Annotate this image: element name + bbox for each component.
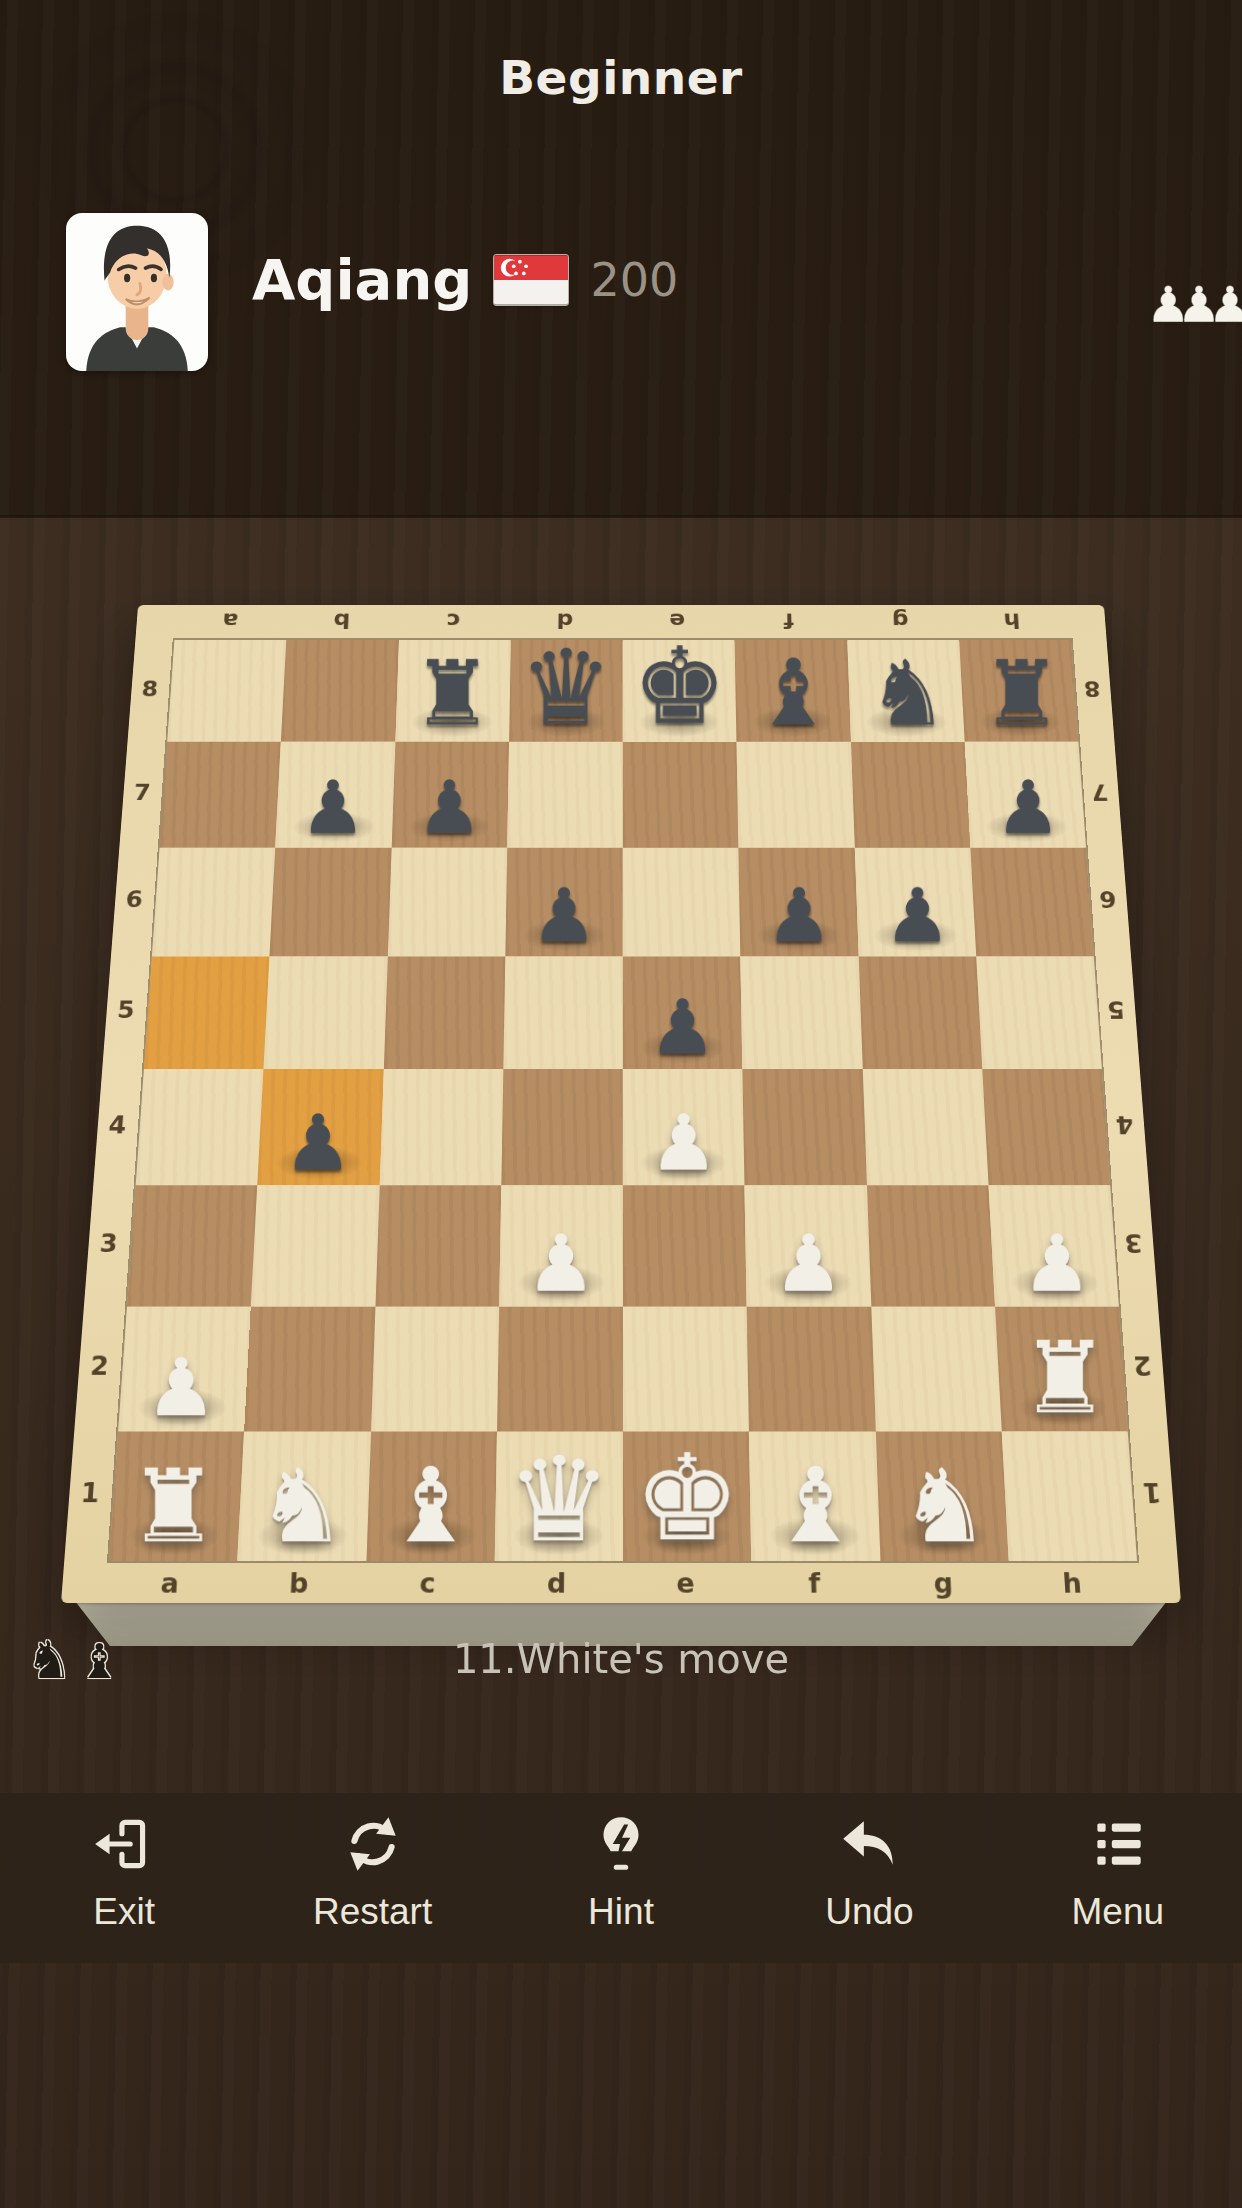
square-e8[interactable]: ♚ bbox=[623, 640, 737, 742]
black-pawn-d6[interactable]: ♟ bbox=[505, 880, 623, 951]
square-f6[interactable]: ♟ bbox=[739, 847, 859, 956]
square-f1[interactable]: ♝ bbox=[749, 1431, 880, 1561]
rank-label-right-5: 5 bbox=[1101, 998, 1130, 1022]
square-h8[interactable]: ♜ bbox=[959, 640, 1078, 742]
restart-icon bbox=[340, 1811, 406, 1877]
rank-label-right-3: 3 bbox=[1118, 1230, 1148, 1255]
square-e3[interactable] bbox=[623, 1186, 747, 1307]
square-h4[interactable] bbox=[982, 1069, 1110, 1186]
white-pawn-h3[interactable]: ♟ bbox=[995, 1226, 1119, 1301]
white-pawn-e4[interactable]: ♟ bbox=[623, 1107, 745, 1180]
square-f3[interactable]: ♟ bbox=[745, 1186, 871, 1307]
black-pawn-c7[interactable]: ♟ bbox=[391, 773, 507, 843]
singapore-flag-icon bbox=[494, 255, 568, 305]
exit-label: Exit bbox=[93, 1891, 155, 1933]
hint-label: Hint bbox=[588, 1891, 654, 1933]
square-g1[interactable]: ♞ bbox=[875, 1431, 1008, 1561]
rank-label-left-1: 1 bbox=[74, 1479, 106, 1506]
rank-label-left-5: 5 bbox=[111, 998, 140, 1022]
file-label-top-d: d bbox=[552, 610, 578, 631]
square-h3[interactable]: ♟ bbox=[988, 1186, 1118, 1307]
white-knight-b1[interactable]: ♞ bbox=[237, 1459, 365, 1555]
square-a4[interactable] bbox=[136, 1069, 264, 1186]
square-b7[interactable]: ♟ bbox=[275, 742, 395, 847]
restart-button[interactable]: Restart bbox=[248, 1793, 496, 1963]
square-c3[interactable] bbox=[375, 1186, 501, 1307]
square-d7[interactable] bbox=[507, 742, 623, 847]
player-rating: 200 bbox=[590, 257, 678, 303]
exit-button[interactable]: Exit bbox=[0, 1793, 248, 1963]
square-a3[interactable] bbox=[127, 1186, 257, 1307]
menu-button[interactable]: Menu bbox=[994, 1793, 1242, 1963]
square-c1[interactable]: ♝ bbox=[366, 1431, 497, 1561]
square-g6[interactable]: ♟ bbox=[854, 847, 976, 956]
square-d3[interactable]: ♟ bbox=[499, 1186, 623, 1307]
white-knight-g1[interactable]: ♞ bbox=[880, 1459, 1008, 1555]
file-label-bottom-h: h bbox=[1056, 1569, 1088, 1597]
square-d6[interactable]: ♟ bbox=[505, 847, 623, 956]
square-g2[interactable] bbox=[871, 1306, 1002, 1431]
board-scene: ♜♛♚♝♞♜♟♟♟♟♟♟♟♟♟♟♟♟♟♜♜♞♝♛♚♝♞ 88aa77bb66cc… bbox=[0, 617, 1242, 1737]
square-d1[interactable]: ♛ bbox=[494, 1431, 622, 1561]
undo-label: Undo bbox=[825, 1891, 913, 1933]
file-label-top-g: g bbox=[887, 610, 914, 631]
exit-door-icon bbox=[91, 1811, 157, 1877]
chess-board: ♜♛♚♝♞♜♟♟♟♟♟♟♟♟♟♟♟♟♟♜♜♞♝♛♚♝♞ 88aa77bb66cc… bbox=[61, 605, 1181, 1603]
black-king-e8[interactable]: ♚ bbox=[623, 637, 737, 737]
rank-label-right-1: 1 bbox=[1136, 1479, 1168, 1506]
square-e4[interactable]: ♟ bbox=[623, 1069, 745, 1186]
square-e5[interactable]: ♟ bbox=[623, 956, 743, 1069]
white-pawn-d3[interactable]: ♟ bbox=[499, 1226, 623, 1301]
hint-bulb-icon bbox=[588, 1811, 654, 1877]
black-pawn-e5[interactable]: ♟ bbox=[623, 992, 743, 1064]
file-label-top-e: e bbox=[664, 610, 690, 631]
square-f4[interactable] bbox=[743, 1069, 867, 1186]
white-rook-a1[interactable]: ♜ bbox=[109, 1459, 237, 1555]
file-label-bottom-b: b bbox=[283, 1569, 314, 1597]
white-rook-h2[interactable]: ♜ bbox=[1002, 1331, 1128, 1426]
rank-label-left-6: 6 bbox=[120, 888, 149, 911]
undo-button[interactable]: Undo bbox=[745, 1793, 993, 1963]
black-pawn-b7[interactable]: ♟ bbox=[275, 773, 391, 843]
square-g3[interactable] bbox=[866, 1186, 994, 1307]
file-label-bottom-a: a bbox=[154, 1569, 186, 1597]
black-pawn-h7[interactable]: ♟ bbox=[970, 773, 1086, 843]
square-a1[interactable]: ♜ bbox=[109, 1431, 244, 1561]
menu-list-icon bbox=[1085, 1811, 1151, 1877]
app-screen: Beginner Aqiang bbox=[0, 0, 1242, 2208]
white-bishop-f1[interactable]: ♝ bbox=[751, 1457, 879, 1555]
white-queen-d1[interactable]: ♛ bbox=[494, 1444, 622, 1555]
square-b3[interactable] bbox=[251, 1186, 379, 1307]
square-f2[interactable] bbox=[747, 1306, 875, 1431]
square-e1[interactable]: ♚ bbox=[623, 1431, 752, 1561]
young-man-cartoon-icon bbox=[66, 213, 208, 371]
rank-label-right-2: 2 bbox=[1127, 1353, 1158, 1379]
square-d5[interactable] bbox=[503, 956, 623, 1069]
restart-label: Restart bbox=[313, 1891, 432, 1933]
black-pawn-g6[interactable]: ♟ bbox=[858, 880, 976, 951]
square-c2[interactable] bbox=[371, 1306, 499, 1431]
board-grid: ♜♛♚♝♞♜♟♟♟♟♟♟♟♟♟♟♟♟♟♜♜♞♝♛♚♝♞ bbox=[107, 638, 1139, 1563]
file-label-bottom-f: f bbox=[799, 1569, 830, 1597]
square-b8[interactable] bbox=[281, 640, 399, 742]
square-d2[interactable] bbox=[497, 1306, 623, 1431]
file-label-bottom-c: c bbox=[412, 1569, 443, 1597]
square-e6[interactable] bbox=[623, 847, 741, 956]
square-a8[interactable] bbox=[167, 640, 286, 742]
menu-label: Menu bbox=[1072, 1891, 1165, 1933]
square-a2[interactable]: ♟ bbox=[118, 1306, 251, 1431]
file-label-top-b: b bbox=[328, 610, 355, 631]
square-g8[interactable]: ♞ bbox=[847, 640, 965, 742]
square-f5[interactable] bbox=[741, 956, 863, 1069]
file-label-top-a: a bbox=[216, 610, 243, 631]
square-f7[interactable] bbox=[737, 742, 855, 847]
square-b4[interactable]: ♟ bbox=[257, 1069, 383, 1186]
square-b5[interactable] bbox=[264, 956, 388, 1069]
square-c6[interactable] bbox=[387, 847, 507, 956]
rank-label-right-7: 7 bbox=[1086, 781, 1114, 803]
black-queen-d8[interactable]: ♛ bbox=[509, 638, 623, 737]
black-pawn-b4[interactable]: ♟ bbox=[257, 1107, 379, 1180]
square-b1[interactable]: ♞ bbox=[237, 1431, 370, 1561]
square-h6[interactable] bbox=[970, 847, 1094, 956]
wood-seam bbox=[0, 515, 1242, 518]
rank-label-right-4: 4 bbox=[1110, 1112, 1140, 1136]
undo-arrow-icon bbox=[836, 1811, 902, 1877]
square-f8[interactable]: ♝ bbox=[735, 640, 851, 742]
page-title: Beginner bbox=[0, 50, 1242, 105]
file-label-top-h: h bbox=[998, 610, 1025, 631]
player-row: Aqiang 200 bbox=[252, 252, 678, 308]
players-pawns-icon[interactable]: ♟♟♟ bbox=[1146, 276, 1242, 334]
bottom-toolbar: Exit Restart Hint Undo bbox=[0, 1793, 1242, 1963]
white-pawn-f3[interactable]: ♟ bbox=[747, 1226, 871, 1301]
file-label-top-f: f bbox=[775, 610, 801, 631]
black-rook-h8[interactable]: ♜ bbox=[964, 652, 1078, 737]
square-d8[interactable]: ♛ bbox=[509, 640, 623, 742]
black-bishop-f8[interactable]: ♝ bbox=[737, 650, 851, 737]
hint-button[interactable]: Hint bbox=[497, 1793, 745, 1963]
white-king-e1[interactable]: ♚ bbox=[623, 1442, 751, 1555]
file-label-bottom-g: g bbox=[928, 1569, 959, 1597]
black-pawn-f6[interactable]: ♟ bbox=[741, 880, 859, 951]
square-b2[interactable] bbox=[244, 1306, 375, 1431]
square-g7[interactable] bbox=[851, 742, 971, 847]
square-g5[interactable] bbox=[858, 956, 982, 1069]
black-rook-c8[interactable]: ♜ bbox=[395, 652, 509, 737]
square-c5[interactable] bbox=[383, 956, 505, 1069]
file-label-bottom-d: d bbox=[541, 1569, 571, 1597]
rank-label-right-8: 8 bbox=[1078, 678, 1106, 699]
rank-label-left-4: 4 bbox=[103, 1112, 133, 1136]
square-a7[interactable] bbox=[160, 742, 281, 847]
rank-label-left-7: 7 bbox=[128, 781, 156, 803]
square-c7[interactable]: ♟ bbox=[391, 742, 509, 847]
square-c8[interactable]: ♜ bbox=[395, 640, 511, 742]
square-e7[interactable] bbox=[623, 742, 739, 847]
move-status-text: 11.White's move bbox=[0, 1636, 1242, 1682]
square-e2[interactable] bbox=[623, 1306, 749, 1431]
file-label-top-c: c bbox=[440, 610, 466, 631]
rank-label-left-2: 2 bbox=[84, 1353, 115, 1379]
square-c4[interactable] bbox=[379, 1069, 503, 1186]
white-pawn-a2[interactable]: ♟ bbox=[118, 1350, 244, 1426]
square-h1[interactable] bbox=[1002, 1431, 1137, 1561]
square-g4[interactable] bbox=[862, 1069, 988, 1186]
rank-label-left-8: 8 bbox=[136, 678, 164, 699]
square-h5[interactable] bbox=[976, 956, 1102, 1069]
avatar[interactable] bbox=[66, 213, 208, 371]
file-label-bottom-e: e bbox=[670, 1569, 700, 1597]
square-h7[interactable]: ♟ bbox=[964, 742, 1085, 847]
square-d4[interactable] bbox=[501, 1069, 623, 1186]
square-a6[interactable] bbox=[152, 847, 276, 956]
square-a5[interactable] bbox=[144, 956, 270, 1069]
square-b6[interactable] bbox=[270, 847, 392, 956]
rank-label-right-6: 6 bbox=[1093, 888, 1122, 911]
white-bishop-c1[interactable]: ♝ bbox=[366, 1457, 494, 1555]
rank-label-left-3: 3 bbox=[94, 1230, 124, 1255]
player-name: Aqiang bbox=[252, 252, 472, 308]
black-knight-g8[interactable]: ♞ bbox=[851, 652, 965, 737]
square-h2[interactable]: ♜ bbox=[995, 1306, 1128, 1431]
